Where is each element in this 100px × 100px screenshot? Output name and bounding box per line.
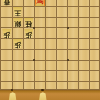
piece-9d[interactable]: 歩	[2, 29, 12, 39]
piece-8b[interactable]: 王	[13, 7, 23, 17]
board-grid-vline	[89, 0, 90, 89]
board-grid-hline	[1, 70, 99, 71]
piece-8e[interactable]: 歩	[13, 39, 23, 49]
board-grid-hline	[1, 6, 99, 7]
shogi-board[interactable]: 香馬王銀桂歩歩歩	[0, 0, 100, 90]
board-grid-vline	[56, 0, 57, 89]
board-grid-hline	[1, 60, 99, 61]
piece-7c[interactable]: 桂	[24, 18, 34, 28]
piece-7d[interactable]: 歩	[24, 29, 34, 39]
board-grid-vline	[78, 0, 79, 89]
board-grid-vline	[67, 0, 68, 89]
hand-piece-1[interactable]	[8, 92, 17, 100]
board-grid-hline	[1, 38, 99, 39]
board-grid-hline	[1, 81, 99, 82]
board-grid-hline	[1, 27, 99, 28]
hand-piece-2[interactable]	[39, 92, 48, 100]
board-grid-vline	[34, 0, 35, 89]
board-grid-vline	[12, 0, 13, 89]
promoted-piece-6a[interactable]: 馬	[35, 0, 45, 6]
star-point	[67, 27, 69, 29]
piece-8c[interactable]: 銀	[13, 18, 23, 28]
board-grid-vline	[23, 0, 24, 89]
star-point	[67, 59, 69, 61]
sente-hand-tray[interactable]	[0, 90, 100, 100]
board-grid-hline	[1, 49, 99, 50]
board-grid-vline	[45, 0, 46, 89]
shogi-app-screenshot: 香馬王銀桂歩歩歩	[0, 0, 100, 100]
board-grid-hline	[1, 17, 99, 18]
